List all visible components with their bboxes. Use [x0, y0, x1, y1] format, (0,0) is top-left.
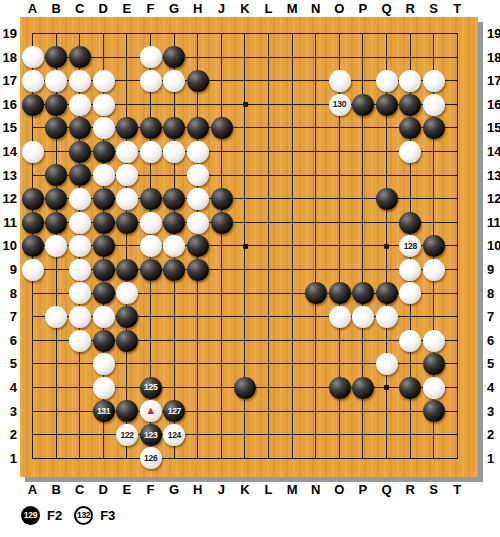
col-label-top-C: C	[75, 2, 84, 15]
white-stone-D7[interactable]	[93, 306, 115, 328]
col-label-bottom-D: D	[99, 483, 108, 496]
black-stone-C14[interactable]	[69, 141, 91, 163]
black-stone-R4[interactable]	[399, 377, 421, 399]
col-label-bottom-G: G	[169, 483, 179, 496]
col-label-bottom-Q: Q	[381, 483, 391, 496]
star-point-Q4	[384, 385, 389, 390]
black-stone-B12[interactable]	[45, 188, 67, 210]
white-stone-B7[interactable]	[45, 306, 67, 328]
white-stone-C6[interactable]	[69, 330, 91, 352]
col-label-bottom-A: A	[28, 483, 37, 496]
white-stone-S4[interactable]	[423, 377, 445, 399]
row-label-left-10: 10	[1, 239, 17, 252]
white-stone-F3[interactable]: ▲	[140, 400, 162, 422]
black-stone-H9[interactable]	[187, 259, 209, 281]
white-stone-H11[interactable]	[187, 212, 209, 234]
white-stone-C8[interactable]	[69, 282, 91, 304]
white-stone-R10[interactable]: 128	[399, 235, 421, 257]
white-stone-F11[interactable]	[140, 212, 162, 234]
black-stone-F9[interactable]	[140, 259, 162, 281]
row-label-right-6: 6	[487, 333, 494, 346]
col-label-bottom-F: F	[147, 483, 155, 496]
black-stone-A16[interactable]	[22, 94, 44, 116]
black-stone-F12[interactable]	[140, 188, 162, 210]
white-stone-R17[interactable]	[399, 70, 421, 92]
black-stone-Q16[interactable]	[376, 94, 398, 116]
row-label-right-16: 16	[487, 97, 500, 110]
row-label-right-14: 14	[487, 145, 500, 158]
col-label-top-N: N	[311, 2, 320, 15]
col-label-top-B: B	[51, 2, 60, 15]
move-number-130: 130	[333, 100, 346, 109]
col-label-bottom-O: O	[334, 483, 344, 496]
row-label-right-17: 17	[487, 74, 500, 87]
black-stone-F15[interactable]	[140, 117, 162, 139]
move-number-127: 127	[168, 407, 181, 416]
white-stone-E12[interactable]	[116, 188, 138, 210]
black-stone-B13[interactable]	[45, 164, 67, 186]
white-stone-D16[interactable]	[93, 94, 115, 116]
white-stone-C10[interactable]	[69, 235, 91, 257]
col-label-bottom-C: C	[75, 483, 84, 496]
row-label-right-12: 12	[487, 192, 500, 205]
white-stone-C12[interactable]	[69, 188, 91, 210]
go-diagram-screen: 130128125131▲127122123124126 129 F2 132 …	[0, 0, 500, 537]
col-label-top-L: L	[265, 2, 273, 15]
col-label-top-S: S	[429, 2, 438, 15]
white-stone-E8[interactable]	[116, 282, 138, 304]
go-board[interactable]: 130128125131▲127122123124126	[20, 17, 478, 477]
row-label-right-10: 10	[487, 239, 500, 252]
white-stone-H14[interactable]	[187, 141, 209, 163]
col-label-top-K: K	[240, 2, 249, 15]
caption-black-point-label: F2	[47, 508, 62, 523]
col-label-top-F: F	[147, 2, 155, 15]
white-stone-O16[interactable]: 130	[329, 94, 351, 116]
white-stone-H12[interactable]	[187, 188, 209, 210]
col-label-top-J: J	[218, 2, 225, 15]
white-stone-R9[interactable]	[399, 259, 421, 281]
move-number-128: 128	[404, 242, 417, 251]
row-label-right-3: 3	[487, 404, 494, 417]
col-label-bottom-M: M	[287, 483, 298, 496]
black-stone-G18[interactable]	[163, 46, 185, 68]
star-point-K16	[243, 102, 248, 107]
white-stone-R8[interactable]	[399, 282, 421, 304]
white-stone-E2[interactable]: 122	[116, 424, 138, 446]
row-label-left-17: 17	[1, 74, 17, 87]
black-stone-S5[interactable]	[423, 353, 445, 375]
black-stone-R15[interactable]	[399, 117, 421, 139]
white-stone-O7[interactable]	[329, 306, 351, 328]
black-stone-H10[interactable]	[187, 235, 209, 257]
row-label-right-2: 2	[487, 428, 494, 441]
row-label-right-1: 1	[487, 451, 494, 464]
row-label-left-1: 1	[1, 451, 17, 464]
black-stone-P16[interactable]	[352, 94, 374, 116]
white-stone-C9[interactable]	[69, 259, 91, 281]
col-label-bottom-N: N	[311, 483, 320, 496]
move-number-124: 124	[168, 431, 181, 440]
col-label-bottom-L: L	[265, 483, 273, 496]
black-stone-F4[interactable]: 125	[140, 377, 162, 399]
white-stone-F14[interactable]	[140, 141, 162, 163]
white-stone-H13[interactable]	[187, 164, 209, 186]
black-stone-H15[interactable]	[187, 117, 209, 139]
white-stone-G14[interactable]	[163, 141, 185, 163]
white-stone-A14[interactable]	[22, 141, 44, 163]
row-label-left-2: 2	[1, 428, 17, 441]
col-label-bottom-S: S	[429, 483, 438, 496]
white-stone-E14[interactable]	[116, 141, 138, 163]
black-stone-D8[interactable]	[93, 282, 115, 304]
black-stone-R11[interactable]	[399, 212, 421, 234]
black-stone-D9[interactable]	[93, 259, 115, 281]
white-stone-R14[interactable]	[399, 141, 421, 163]
star-point-Q10	[384, 244, 389, 249]
col-label-bottom-R: R	[405, 483, 414, 496]
caption-black-stone-icon: 129	[21, 506, 40, 525]
black-stone-G11[interactable]	[163, 212, 185, 234]
row-label-left-18: 18	[1, 50, 17, 63]
col-label-top-M: M	[287, 2, 298, 15]
white-stone-C7[interactable]	[69, 306, 91, 328]
black-stone-G15[interactable]	[163, 117, 185, 139]
black-stone-D10[interactable]	[93, 235, 115, 257]
black-stone-E15[interactable]	[116, 117, 138, 139]
white-stone-F1[interactable]: 126	[140, 447, 162, 469]
white-stone-F10[interactable]	[140, 235, 162, 257]
black-stone-O4[interactable]	[329, 377, 351, 399]
white-stone-C11[interactable]	[69, 212, 91, 234]
white-stone-D5[interactable]	[93, 353, 115, 375]
black-stone-K4[interactable]	[234, 377, 256, 399]
col-label-top-D: D	[99, 2, 108, 15]
move-caption: 129 F2 132 F3	[21, 504, 120, 526]
black-stone-E3[interactable]	[116, 400, 138, 422]
black-stone-C15[interactable]	[69, 117, 91, 139]
row-label-right-5: 5	[487, 357, 494, 370]
white-stone-G10[interactable]	[163, 235, 185, 257]
black-stone-B15[interactable]	[45, 117, 67, 139]
black-stone-A11[interactable]	[22, 212, 44, 234]
black-stone-G9[interactable]	[163, 259, 185, 281]
black-stone-Q8[interactable]	[376, 282, 398, 304]
white-stone-Q5[interactable]	[376, 353, 398, 375]
row-label-right-15: 15	[487, 121, 500, 134]
row-label-right-19: 19	[487, 27, 500, 40]
white-stone-D13[interactable]	[93, 164, 115, 186]
black-stone-J11[interactable]	[211, 212, 233, 234]
white-stone-E13[interactable]	[116, 164, 138, 186]
col-label-top-G: G	[169, 2, 179, 15]
col-label-top-Q: Q	[381, 2, 391, 15]
black-stone-D12[interactable]	[93, 188, 115, 210]
col-label-bottom-E: E	[123, 483, 132, 496]
row-label-left-6: 6	[1, 333, 17, 346]
black-stone-Q12[interactable]	[376, 188, 398, 210]
black-stone-G3[interactable]: 127	[163, 400, 185, 422]
row-label-left-9: 9	[1, 263, 17, 276]
white-stone-S9[interactable]	[423, 259, 445, 281]
black-stone-B18[interactable]	[45, 46, 67, 68]
col-label-top-R: R	[405, 2, 414, 15]
row-label-right-18: 18	[487, 50, 500, 63]
white-stone-R6[interactable]	[399, 330, 421, 352]
black-stone-D3[interactable]: 131	[93, 400, 115, 422]
white-stone-F17[interactable]	[140, 70, 162, 92]
black-stone-P4[interactable]	[352, 377, 374, 399]
white-stone-P7[interactable]	[352, 306, 374, 328]
black-stone-A12[interactable]	[22, 188, 44, 210]
black-stone-R16[interactable]	[399, 94, 421, 116]
black-stone-E11[interactable]	[116, 212, 138, 234]
row-label-left-16: 16	[1, 97, 17, 110]
white-stone-F18[interactable]	[140, 46, 162, 68]
col-label-bottom-K: K	[240, 483, 249, 496]
col-label-top-E: E	[123, 2, 132, 15]
white-stone-S16[interactable]	[423, 94, 445, 116]
row-label-right-13: 13	[487, 168, 500, 181]
white-stone-A18[interactable]	[22, 46, 44, 68]
black-stone-A10[interactable]	[22, 235, 44, 257]
white-stone-B17[interactable]	[45, 70, 67, 92]
move-number-131: 131	[97, 407, 110, 416]
caption-white-stone-icon: 132	[74, 506, 93, 525]
row-label-left-3: 3	[1, 404, 17, 417]
white-stone-A17[interactable]	[22, 70, 44, 92]
black-stone-H17[interactable]	[187, 70, 209, 92]
black-stone-E9[interactable]	[116, 259, 138, 281]
black-stone-D11[interactable]	[93, 212, 115, 234]
row-label-right-7: 7	[487, 310, 494, 323]
row-label-left-11: 11	[1, 215, 17, 228]
col-label-top-A: A	[28, 2, 37, 15]
caption-white-point-label: F3	[100, 508, 115, 523]
star-point-K10	[243, 244, 248, 249]
white-stone-Q17[interactable]	[376, 70, 398, 92]
black-stone-P8[interactable]	[352, 282, 374, 304]
row-label-left-13: 13	[1, 168, 17, 181]
white-stone-O17[interactable]	[329, 70, 351, 92]
black-stone-E7[interactable]	[116, 306, 138, 328]
row-label-left-8: 8	[1, 286, 17, 299]
white-stone-G17[interactable]	[163, 70, 185, 92]
white-stone-S6[interactable]	[423, 330, 445, 352]
black-stone-G12[interactable]	[163, 188, 185, 210]
row-label-right-9: 9	[487, 263, 494, 276]
col-label-top-H: H	[193, 2, 202, 15]
black-stone-D6[interactable]	[93, 330, 115, 352]
row-label-left-19: 19	[1, 27, 17, 40]
col-label-top-O: O	[334, 2, 344, 15]
white-stone-D4[interactable]	[93, 377, 115, 399]
col-label-bottom-B: B	[51, 483, 60, 496]
row-label-right-11: 11	[487, 215, 500, 228]
white-stone-G2[interactable]: 124	[163, 424, 185, 446]
white-stone-Q7[interactable]	[376, 306, 398, 328]
black-stone-J12[interactable]	[211, 188, 233, 210]
last-move-triangle-icon: ▲	[145, 405, 156, 416]
white-stone-D15[interactable]	[93, 117, 115, 139]
white-stone-D17[interactable]	[93, 70, 115, 92]
col-label-bottom-P: P	[359, 483, 368, 496]
move-number-125: 125	[144, 383, 157, 392]
white-stone-C17[interactable]	[69, 70, 91, 92]
col-label-top-T: T	[453, 2, 461, 15]
row-label-left-4: 4	[1, 381, 17, 394]
black-stone-E6[interactable]	[116, 330, 138, 352]
col-label-top-P: P	[359, 2, 368, 15]
white-stone-A9[interactable]	[22, 259, 44, 281]
row-label-right-8: 8	[487, 286, 494, 299]
black-stone-O8[interactable]	[329, 282, 351, 304]
move-number-122: 122	[121, 431, 134, 440]
black-stone-S10[interactable]	[423, 235, 445, 257]
row-label-left-12: 12	[1, 192, 17, 205]
board-grid: 130128125131▲127122123124126	[21, 22, 469, 470]
move-number-123: 123	[144, 431, 157, 440]
col-label-bottom-J: J	[218, 483, 225, 496]
black-stone-C18[interactable]	[69, 46, 91, 68]
white-stone-B10[interactable]	[45, 235, 67, 257]
black-stone-F2[interactable]: 123	[140, 424, 162, 446]
black-stone-B16[interactable]	[45, 94, 67, 116]
black-stone-J15[interactable]	[211, 117, 233, 139]
black-stone-S3[interactable]	[423, 400, 445, 422]
row-label-right-4: 4	[487, 381, 494, 394]
black-stone-S15[interactable]	[423, 117, 445, 139]
black-stone-D14[interactable]	[93, 141, 115, 163]
white-stone-C16[interactable]	[69, 94, 91, 116]
black-stone-C13[interactable]	[69, 164, 91, 186]
row-label-left-15: 15	[1, 121, 17, 134]
black-stone-N8[interactable]	[305, 282, 327, 304]
move-number-126: 126	[144, 454, 157, 463]
row-label-left-14: 14	[1, 145, 17, 158]
white-stone-S17[interactable]	[423, 70, 445, 92]
row-label-left-5: 5	[1, 357, 17, 370]
row-label-left-7: 7	[1, 310, 17, 323]
black-stone-B11[interactable]	[45, 212, 67, 234]
col-label-bottom-T: T	[453, 483, 461, 496]
col-label-bottom-H: H	[193, 483, 202, 496]
